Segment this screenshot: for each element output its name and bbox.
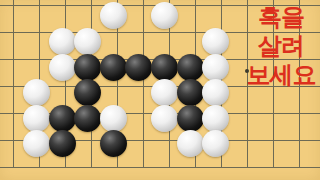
black-stone: ● <box>177 79 204 106</box>
white-stone: ○ <box>23 130 50 157</box>
intersection: ○ <box>49 54 75 80</box>
intersection: ○ <box>203 80 229 106</box>
white-stone: ○ <box>100 105 127 132</box>
white-stone: ○ <box>177 130 204 157</box>
black-stone: ● <box>100 130 127 157</box>
white-stone: ○ <box>49 28 76 55</box>
black-stone: ● <box>177 105 204 132</box>
intersection: ● <box>152 54 178 80</box>
intersection: ○ <box>177 131 203 157</box>
intersection: ○ <box>49 29 75 55</box>
intersection: ● <box>75 105 101 131</box>
intersection: ○ <box>101 105 127 131</box>
intersection: ○ <box>203 105 229 131</box>
intersection: ● <box>75 80 101 106</box>
black-stone: ● <box>100 54 127 81</box>
intersection: ● <box>101 131 127 157</box>
intersection: ● <box>126 54 152 80</box>
intersection: ● <box>177 80 203 106</box>
intersection: ● <box>101 54 127 80</box>
intersection: ○ <box>75 29 101 55</box>
intersection: ○ <box>203 131 229 157</box>
go-board: ○○○○○○●●●●●○○●○●○○●●○○●○○●●○○ 흑을 살려 보세요 <box>0 0 320 180</box>
white-stone: ○ <box>202 28 229 55</box>
intersection: ○ <box>24 80 50 106</box>
white-stone: ○ <box>23 105 50 132</box>
white-stone: ○ <box>100 2 127 29</box>
white-stone: ○ <box>202 54 229 81</box>
white-stone: ○ <box>151 2 178 29</box>
white-stone: ○ <box>202 79 229 106</box>
intersection: ○ <box>203 54 229 80</box>
white-stone: ○ <box>151 105 178 132</box>
puzzle-caption: 흑을 살려 보세요 <box>242 2 320 89</box>
white-stone: ○ <box>49 54 76 81</box>
intersection: ○ <box>203 29 229 55</box>
caption-line-2: 살려 <box>242 31 320 60</box>
black-stone: ● <box>125 54 152 81</box>
white-stone: ○ <box>74 28 101 55</box>
black-stone: ● <box>49 105 76 132</box>
intersection: ○ <box>152 105 178 131</box>
intersection: ○ <box>24 131 50 157</box>
black-stone: ● <box>151 54 178 81</box>
black-stone: ● <box>177 54 204 81</box>
intersection: ● <box>177 105 203 131</box>
black-stone: ● <box>49 130 76 157</box>
intersection: ● <box>177 54 203 80</box>
intersection: ○ <box>152 3 178 29</box>
intersection: ○ <box>101 3 127 29</box>
intersection: ○ <box>152 80 178 106</box>
intersection: ● <box>49 131 75 157</box>
black-stone: ● <box>74 79 101 106</box>
intersection: ● <box>49 105 75 131</box>
caption-line-3: 보세요 <box>242 60 320 89</box>
intersection: ○ <box>24 105 50 131</box>
white-stone: ○ <box>202 130 229 157</box>
white-stone: ○ <box>202 105 229 132</box>
white-stone: ○ <box>23 79 50 106</box>
black-stone: ● <box>74 105 101 132</box>
intersection: ● <box>75 54 101 80</box>
black-stone: ● <box>74 54 101 81</box>
white-stone: ○ <box>151 79 178 106</box>
caption-line-1: 흑을 <box>242 2 320 31</box>
